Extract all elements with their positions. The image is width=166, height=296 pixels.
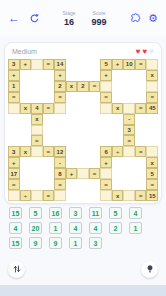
board-cell-r7c8	[100, 135, 112, 146]
board-cell-r0c6	[77, 59, 89, 70]
ad-banner-strip	[0, 285, 166, 296]
board-cell-r11c7	[89, 179, 101, 190]
board-cell-r4c8[interactable]	[100, 103, 112, 114]
board-cell-r2c5: x	[66, 81, 78, 92]
board-cell-r3c6	[77, 92, 89, 103]
board-cell-r10c6[interactable]	[77, 168, 89, 179]
board-cell-r9c8: +	[100, 157, 112, 168]
board-cell-r8c10[interactable]	[123, 146, 135, 157]
tray-row-1: 1551631154	[9, 207, 159, 219]
board-cell-r7c1	[20, 135, 32, 146]
board-cell-r3c8: =	[100, 92, 112, 103]
board-cell-r7c10: =	[123, 135, 135, 146]
board-cell-r9c9	[112, 157, 124, 168]
board-cell-r10c12: 5	[146, 168, 158, 179]
board-cell-r4c7	[89, 103, 101, 114]
number-tile[interactable]: 3	[69, 207, 82, 219]
board-cell-r8c6	[77, 146, 89, 157]
board-cell-r12c0[interactable]	[8, 190, 20, 201]
board-cell-r6c12	[146, 125, 158, 136]
board-cell-r0c0: 3	[8, 59, 20, 70]
board-cell-r7c11	[135, 135, 147, 146]
board-cell-r8c2[interactable]	[31, 146, 43, 157]
board-cell-r4c10[interactable]	[123, 103, 135, 114]
number-tile[interactable]: 15	[9, 207, 22, 219]
sort-arrows-icon	[12, 264, 22, 274]
number-tile[interactable]: 5	[29, 207, 42, 219]
board-cell-r12c4[interactable]	[54, 190, 66, 201]
board-cell-r9c1	[20, 157, 32, 168]
board-cell-r7c3	[43, 135, 55, 146]
board-cell-r11c10	[123, 179, 135, 190]
board-cell-r5c10: -	[123, 114, 135, 125]
board-cell-r5c0	[8, 114, 20, 125]
board-cell-r10c5: +	[66, 168, 78, 179]
board-cell-r6c7	[89, 125, 101, 136]
board-cell-r10c4: 8	[54, 168, 66, 179]
board-cell-r2c7: =	[89, 81, 101, 92]
board-cell-r11c5	[66, 179, 78, 190]
score-stat: Score 999	[92, 10, 107, 27]
board-cell-r1c1	[20, 70, 32, 81]
board-cell-r8c3: =	[43, 146, 55, 157]
board-cell-r8c5	[66, 146, 78, 157]
board-cell-r4c11: =	[135, 103, 147, 114]
heart-icon: ♥	[143, 48, 148, 56]
board-cell-r1c0: +	[8, 70, 20, 81]
board-cell-r3c7	[89, 92, 101, 103]
board-cell-r9c4: -	[54, 157, 66, 168]
number-tile[interactable]: 1	[49, 222, 62, 234]
board-cell-r6c11	[135, 125, 147, 136]
board-cell-r3c4: =	[54, 92, 66, 103]
board-cell-r1c4: +	[54, 70, 66, 81]
board-cell-r7c6	[77, 135, 89, 146]
top-bar: ← Stage 16 Score 999 ⚙	[0, 0, 166, 36]
board-cell-r7c7	[89, 135, 101, 146]
board-cell-r5c5	[66, 114, 78, 125]
board-cell-r8c1: x	[20, 146, 32, 157]
board-cell-r9c3	[43, 157, 55, 168]
board-cell-r2c0: 1	[8, 81, 20, 92]
board-cell-r8c9: ÷	[112, 146, 124, 157]
board-cell-r11c8: =	[100, 179, 112, 190]
board-cell-r1c10	[123, 70, 135, 81]
board-cell-r7c4	[54, 135, 66, 146]
board-cell-r2c11	[135, 81, 147, 92]
board-cell-r3c12: =	[146, 92, 158, 103]
score-value: 999	[92, 17, 107, 27]
board-cell-r0c10: 10	[123, 59, 135, 70]
board-cell-r4c5	[66, 103, 78, 114]
board-cell-r1c11	[135, 70, 147, 81]
board-cell-r6c5	[66, 125, 78, 136]
number-tile[interactable]: 20	[29, 222, 42, 234]
board-cell-r9c6	[77, 157, 89, 168]
board-cell-r5c1	[20, 114, 32, 125]
board-cell-r12c7	[89, 190, 101, 201]
board-cell-r3c5	[66, 92, 78, 103]
puzzle-piece-icon[interactable]	[129, 12, 141, 24]
board-cell-r6c1	[20, 125, 32, 136]
board-cell-r12c9: x	[112, 190, 124, 201]
board-cell-r0c2[interactable]	[31, 59, 43, 70]
board-cell-r12c8[interactable]	[100, 190, 112, 201]
board-cell-r8c11: =	[135, 146, 147, 157]
board-cell-r4c6	[77, 103, 89, 114]
board-cell-r11c3	[43, 179, 55, 190]
board-cell-r9c0: +	[8, 157, 20, 168]
board-cell-r12c3: =	[43, 190, 55, 201]
board-cell-r3c3	[43, 92, 55, 103]
board-cell-r11c11	[135, 179, 147, 190]
board-cell-r12c1: ÷	[20, 190, 32, 201]
board-cell-r5c7	[89, 114, 101, 125]
board-cell-r9c7	[89, 157, 101, 168]
board-cell-r9c10	[123, 157, 135, 168]
board-cell-r4c2: 4	[31, 103, 43, 114]
stage-stat: Stage 16	[63, 10, 76, 27]
board-cell-r1c8: +	[100, 70, 112, 81]
number-tile[interactable]: 2	[109, 222, 122, 234]
board-cell-r3c10	[123, 92, 135, 103]
board-cell-r5c12	[146, 114, 158, 125]
board-cell-r0c1: +	[20, 59, 32, 70]
number-tile[interactable]: 9	[29, 237, 42, 249]
board-cell-r3c2	[31, 92, 43, 103]
board-cell-r7c2: =	[31, 135, 43, 146]
difficulty-label: Medium	[12, 48, 37, 55]
board-cell-r0c11: =	[135, 59, 147, 70]
number-tile[interactable]: 4	[89, 222, 102, 234]
board-cell-r10c7: =	[89, 168, 101, 179]
number-tile[interactable]: 4	[9, 222, 22, 234]
lightbulb-icon	[145, 264, 155, 274]
board-cell-r5c9	[112, 114, 124, 125]
board-cell-r5c3	[43, 114, 55, 125]
board-cell-r2c4: 2	[54, 81, 66, 92]
back-arrow-icon[interactable]: ←	[8, 12, 20, 24]
board-cell-r0c5	[66, 59, 78, 70]
number-tile[interactable]: 4	[129, 207, 142, 219]
number-tile[interactable]: 5	[109, 207, 122, 219]
board-cell-r11c2	[31, 179, 43, 190]
number-tile[interactable]: 9	[49, 237, 62, 249]
number-tile[interactable]: 11	[89, 207, 102, 219]
board-cell-r4c12: 45	[146, 103, 158, 114]
board-cell-r1c2	[31, 70, 43, 81]
board-cell-r9c11	[135, 157, 147, 168]
tray-row-2: 42014421	[9, 222, 159, 234]
board-cell-r4c1: x	[20, 103, 32, 114]
board-cell-r2c10	[123, 81, 135, 92]
board-cell-r5c4	[54, 114, 66, 125]
board-cell-r5c11	[135, 114, 147, 125]
board-cell-r8c8: 6	[100, 146, 112, 157]
board-cell-r2c3	[43, 81, 55, 92]
board-cell-r7c5	[66, 135, 78, 146]
board-cell-r11c9	[112, 179, 124, 190]
board-cell-r11c0: =	[8, 179, 20, 190]
action-bar	[0, 259, 166, 279]
board-cell-r6c10: 3	[123, 125, 135, 136]
heart-icon: ♥	[136, 48, 141, 56]
board-cell-r8c0: 3	[8, 146, 20, 157]
board-cell-r2c6: 2	[77, 81, 89, 92]
number-tile[interactable]: 15	[9, 237, 22, 249]
score-label: Score	[92, 10, 107, 16]
board-cell-r6c0	[8, 125, 20, 136]
board-cell-r6c3	[43, 125, 55, 136]
board-cell-r0c8: 5	[100, 59, 112, 70]
board-cell-r12c12: 15	[146, 190, 158, 201]
settings-gear-icon[interactable]: ⚙	[148, 13, 158, 24]
board-cell-r7c0	[8, 135, 20, 146]
board-cell-r1c3	[43, 70, 55, 81]
board-cell-r1c5	[66, 70, 78, 81]
board-cell-r1c9	[112, 70, 124, 81]
board-cell-r4c3: =	[43, 103, 55, 114]
board-cell-r11c1	[20, 179, 32, 190]
board-cell-r9c2	[31, 157, 43, 168]
board-cell-r0c4: 14	[54, 59, 66, 70]
crossmath-grid: 3+=145+10=+++x12x2=====x4=x=45x-3==3x=12…	[8, 59, 158, 201]
board-cell-r2c9	[112, 81, 124, 92]
board-cell-r1c6	[77, 70, 89, 81]
board-cell-r5c2: x	[31, 114, 43, 125]
stage-value: 16	[63, 17, 76, 27]
board-cell-r11c4: =	[54, 179, 66, 190]
board-cell-r12c2[interactable]	[31, 190, 43, 201]
number-tile[interactable]: 1	[129, 222, 142, 234]
board-cell-r6c9	[112, 125, 124, 136]
board-cell-r10c8[interactable]	[100, 168, 112, 179]
board-cell-r0c12[interactable]	[146, 59, 158, 70]
board-cell-r7c12	[146, 135, 158, 146]
board-cell-r1c12: x	[146, 70, 158, 81]
number-tile-tray: 155163115442014421159913	[9, 207, 159, 252]
board-cell-r8c4: 12	[54, 146, 66, 157]
board-cell-r2c12[interactable]	[146, 81, 158, 92]
board-cell-r9c5	[66, 157, 78, 168]
board-cell-r4c0[interactable]	[8, 103, 20, 114]
board-cell-r12c6	[77, 190, 89, 201]
board-cell-r8c7	[89, 146, 101, 157]
board-cell-r5c8	[100, 114, 112, 125]
heart-icon: ♥	[149, 48, 154, 56]
board-cell-r10c2	[31, 168, 43, 179]
board-cell-r7c9	[112, 135, 124, 146]
board-cell-r4c9: x	[112, 103, 124, 114]
board-cell-r10c1	[20, 168, 32, 179]
board-cell-r0c7	[89, 59, 101, 70]
board-cell-r8c12[interactable]	[146, 146, 158, 157]
restart-icon[interactable]	[29, 13, 40, 24]
board-cell-r2c1	[20, 81, 32, 92]
stage-label: Stage	[63, 10, 76, 16]
board-cell-r10c3	[43, 168, 55, 179]
board-cell-r10c0: 17	[8, 168, 20, 179]
board-cell-r12c10[interactable]	[123, 190, 135, 201]
board-cell-r11c6	[77, 179, 89, 190]
board-cell-r2c8[interactable]	[100, 81, 112, 92]
board-cell-r0c3: =	[43, 59, 55, 70]
board-cell-r12c11: =	[135, 190, 147, 201]
number-tile[interactable]: 16	[49, 207, 62, 219]
board-cell-r9c12: x	[146, 157, 158, 168]
board-cell-r3c9	[112, 92, 124, 103]
board-cell-r1c7	[89, 70, 101, 81]
board-cell-r3c1	[20, 92, 32, 103]
sort-button[interactable]	[8, 261, 25, 278]
board-cell-r0c9: +	[112, 59, 124, 70]
board-cell-r11c12: =	[146, 179, 158, 190]
board-cell-r10c11	[135, 168, 147, 179]
hint-button[interactable]	[141, 261, 158, 278]
puzzle-board-panel: Medium ♥♥♥ 3+=145+10=+++x12x2=====x4=x=4…	[4, 42, 162, 204]
number-tile[interactable]: 4	[69, 222, 82, 234]
board-cell-r2c2	[31, 81, 43, 92]
board-cell-r6c4	[54, 125, 66, 136]
board-cell-r3c0: =	[8, 92, 20, 103]
number-tile[interactable]: 1	[69, 237, 82, 249]
board-cell-r5c6	[77, 114, 89, 125]
number-tile[interactable]: 3	[89, 237, 102, 249]
board-cell-r6c8	[100, 125, 112, 136]
board-cell-r6c2[interactable]	[31, 125, 43, 136]
board-cell-r6c6	[77, 125, 89, 136]
board-cell-r10c9	[112, 168, 124, 179]
board-cell-r4c4[interactable]	[54, 103, 66, 114]
board-cell-r10c10	[123, 168, 135, 179]
tray-row-3: 159913	[9, 237, 159, 249]
lives-hearts: ♥♥♥	[136, 48, 154, 56]
board-cell-r3c11	[135, 92, 147, 103]
board-cell-r12c5	[66, 190, 78, 201]
